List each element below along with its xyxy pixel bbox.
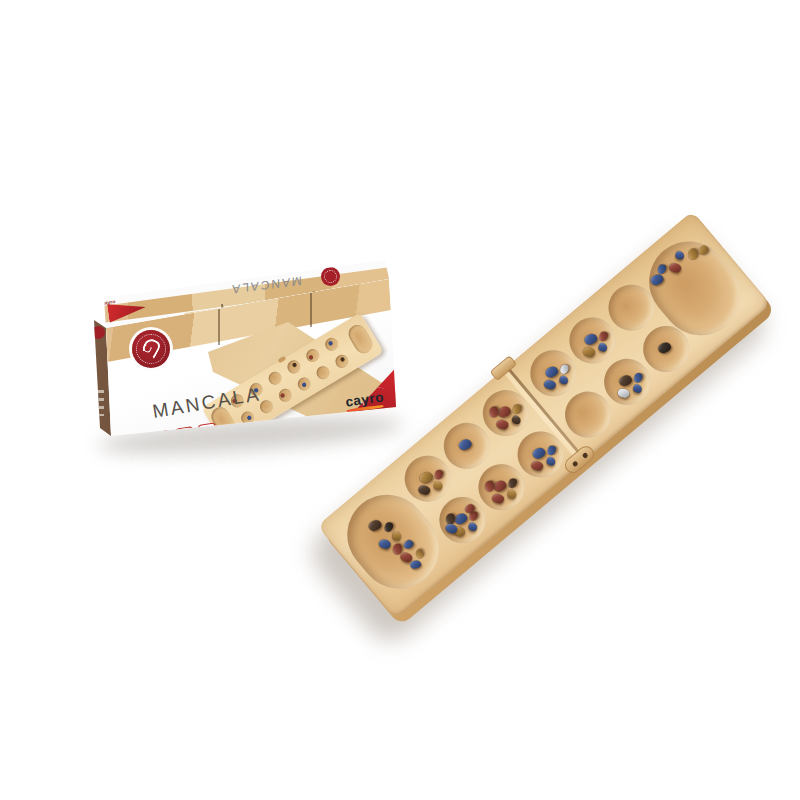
age-badge: 8+ <box>152 430 173 451</box>
stone-tiger <box>432 480 444 492</box>
mini-stone-lapis <box>246 415 251 420</box>
product-box: MANCALA cayro MANCALA 8+ 2 cayro <box>88 252 408 452</box>
stone-lapis <box>583 332 599 346</box>
stone-lapis <box>542 379 556 390</box>
mini-pit <box>304 347 322 365</box>
stone-brown <box>506 477 518 489</box>
person-icon <box>185 431 192 442</box>
mini-pit <box>276 386 294 404</box>
stone-tiger <box>506 488 518 500</box>
mini-pit <box>295 375 313 393</box>
stone-red <box>492 479 508 493</box>
stone-black <box>383 521 395 533</box>
stone-white <box>558 363 570 375</box>
clock-icon <box>201 426 214 439</box>
players-badge: 2 <box>175 426 196 447</box>
side-print <box>98 390 104 416</box>
stone-red <box>490 493 504 504</box>
stone-lapis <box>632 383 644 395</box>
hinge-pin <box>582 452 589 459</box>
mini-stone-lapis <box>301 382 306 387</box>
players-count: 2 <box>183 438 187 444</box>
stone-lapis <box>409 560 421 570</box>
stone-tiger <box>415 549 424 559</box>
info-badges: 8+ 2 <box>152 421 223 450</box>
stone-red <box>495 419 509 430</box>
stone-brown <box>417 484 431 495</box>
stone-red <box>668 262 682 273</box>
duration-badge <box>197 422 218 443</box>
stone-tiger <box>581 346 595 357</box>
stone-brown <box>367 519 383 533</box>
stone-lapis <box>457 438 473 452</box>
stone-lapis <box>632 372 644 384</box>
mini-stone-lapis <box>328 340 333 345</box>
mini-pit <box>323 335 341 353</box>
stone-white <box>616 388 630 399</box>
stone-lapis <box>545 456 557 468</box>
stone-red <box>530 460 544 471</box>
stone-tiger <box>511 403 523 415</box>
scene: MANCALA cayro MANCALA 8+ 2 cayro <box>0 0 800 800</box>
stone-tiger <box>697 244 710 256</box>
stone-red <box>488 405 499 417</box>
hinge-pin <box>572 460 579 467</box>
stone-tiger <box>687 248 698 260</box>
mini-pit <box>266 369 284 387</box>
stone-lapis <box>597 342 609 354</box>
stone-tiger <box>390 530 402 542</box>
stone-red <box>496 405 512 419</box>
stone-brown <box>618 374 634 388</box>
stone-black <box>657 341 673 355</box>
stone-tiger <box>418 470 434 484</box>
stone-red <box>484 480 495 492</box>
brand-logo: cayro the games <box>344 389 386 419</box>
top-logo-dot <box>321 267 340 286</box>
mini-stone-brown <box>292 362 297 367</box>
stone-red <box>433 469 445 481</box>
stone-lapis <box>531 446 547 460</box>
stone-lapis <box>402 538 415 550</box>
stone-lapis <box>558 374 570 386</box>
stone-lapis <box>467 521 479 533</box>
stone-lapis <box>453 512 469 526</box>
stone-lapis <box>545 445 557 457</box>
mini-stone-red <box>308 355 313 360</box>
mini-stone-red <box>280 393 285 398</box>
plank-seam <box>218 309 220 345</box>
traditional-games-badge <box>132 330 170 368</box>
stone-red <box>597 331 609 343</box>
stone-brown <box>510 414 522 426</box>
plank-seam <box>310 293 312 327</box>
stone-lapis <box>378 538 392 549</box>
badge-swirl-icon <box>140 336 163 359</box>
mini-pit <box>314 364 332 382</box>
mini-pit <box>333 352 351 370</box>
mini-store-right <box>345 322 376 357</box>
stone-lapis <box>673 250 685 262</box>
mini-stone-brown <box>340 357 345 362</box>
person-icon <box>179 432 186 443</box>
mini-pit <box>285 358 303 376</box>
mini-pit <box>239 409 257 427</box>
side-logo-partial <box>92 326 105 339</box>
stone-lapis <box>544 365 560 379</box>
age-badge-label: 8+ <box>157 435 167 445</box>
